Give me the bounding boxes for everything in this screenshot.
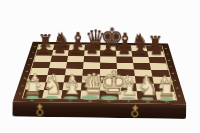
- square-d1: ♛: [80, 90, 99, 98]
- piece-black-bishop: ♝: [116, 31, 132, 52]
- rank-label: 1: [175, 92, 184, 100]
- square-e2: ♟: [100, 83, 119, 91]
- square-e1: ♚: [100, 91, 119, 99]
- square-c1: ♝: [61, 90, 81, 98]
- square-b1: ♞: [42, 90, 62, 98]
- piece-black-king: ♚: [100, 25, 116, 51]
- square-a1: ♜: [23, 90, 44, 98]
- chess-set-product-photo: abcdefgh abcdefgh 87654321 87654321 ♜♞♝♛…: [0, 0, 200, 133]
- chess-set-scene: abcdefgh abcdefgh 87654321 87654321 ♜♞♝♛…: [23, 0, 177, 133]
- square-f1: ♝: [118, 91, 138, 99]
- rank-label: 2: [173, 84, 182, 92]
- left-clasp: [35, 103, 44, 116]
- rank-label: 3: [171, 77, 179, 84]
- right-clasp: [131, 105, 140, 118]
- square-g3: [135, 76, 154, 84]
- square-b5: [49, 62, 67, 69]
- board-tilt: abcdefgh abcdefgh 87654321 87654321 ♜♞♝♛…: [13, 42, 187, 104]
- square-h2: ♟: [154, 84, 174, 92]
- square-h1: ♜: [155, 92, 176, 100]
- square-a3: [28, 75, 48, 82]
- piece-black-knight: ♞: [53, 31, 69, 51]
- square-h3: [152, 77, 171, 85]
- square-f3: [117, 76, 135, 83]
- square-g1: ♞: [137, 91, 157, 99]
- piece-black-knight: ♞: [132, 32, 148, 52]
- board-frame: abcdefgh abcdefgh 87654321 87654321 ♜♞♝♛…: [13, 42, 187, 104]
- piece-black-queen: ♛: [85, 26, 101, 50]
- board-grid: ♜♞♝♛♚♝♞♜♟♟♟♟♟♟♟♟♟♟♟♟♟♟♟♟♜♞♝♛♚♝♞♜: [23, 44, 176, 100]
- square-e3: [100, 76, 118, 83]
- piece-black-bishop: ♝: [69, 30, 85, 51]
- box-front-face: [12, 102, 186, 119]
